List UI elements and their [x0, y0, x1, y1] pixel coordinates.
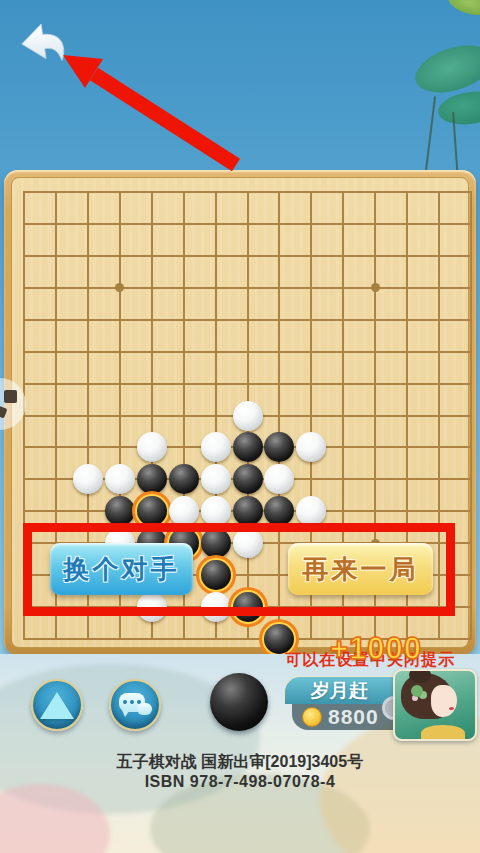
avatar-lips [449, 707, 454, 710]
black-stone [105, 496, 135, 526]
license-text: 五子棋对战 国新出审[2019]3405号 [0, 752, 480, 773]
back-button[interactable] [18, 20, 68, 68]
white-stone [296, 496, 326, 526]
black-stone [137, 496, 167, 526]
black-stone [233, 464, 263, 494]
expand-button[interactable] [31, 679, 83, 731]
white-stone [201, 432, 231, 462]
white-stone [201, 496, 231, 526]
annotation-rectangle [23, 523, 455, 616]
white-stone [137, 432, 167, 462]
white-stone [73, 464, 103, 494]
chat-bubbles-icon [111, 681, 159, 729]
avatar-robe [421, 725, 465, 741]
triangle-up-icon [40, 692, 74, 719]
white-stone [296, 432, 326, 462]
black-turn-stone-indicator [210, 673, 268, 731]
avatar[interactable] [393, 669, 477, 741]
star-point [115, 283, 124, 292]
white-stone [233, 401, 263, 431]
black-stone [233, 496, 263, 526]
white-stone [169, 496, 199, 526]
white-stone [105, 464, 135, 494]
avatar-face [431, 685, 457, 717]
black-stone [233, 432, 263, 462]
coin-amount: 8800 [328, 705, 379, 729]
chat-button[interactable] [109, 679, 161, 731]
black-stone [169, 464, 199, 494]
lotus-leaf-icon [436, 88, 480, 129]
back-arrow-icon [18, 20, 68, 68]
puzzle-icon [4, 390, 17, 403]
star-point [371, 283, 380, 292]
white-stone [201, 464, 231, 494]
black-stone [137, 464, 167, 494]
isbn-text: ISBN 978-7-498-07078-4 [0, 773, 480, 791]
lotus-leaf-icon [446, 0, 480, 19]
avatar-flower-ornament [411, 685, 423, 697]
black-stone [264, 432, 294, 462]
black-stone [264, 496, 294, 526]
puzzle-icon [0, 406, 7, 419]
coin-icon [302, 707, 322, 727]
white-stone [264, 464, 294, 494]
coin-reward-text: +1000 [330, 631, 422, 667]
